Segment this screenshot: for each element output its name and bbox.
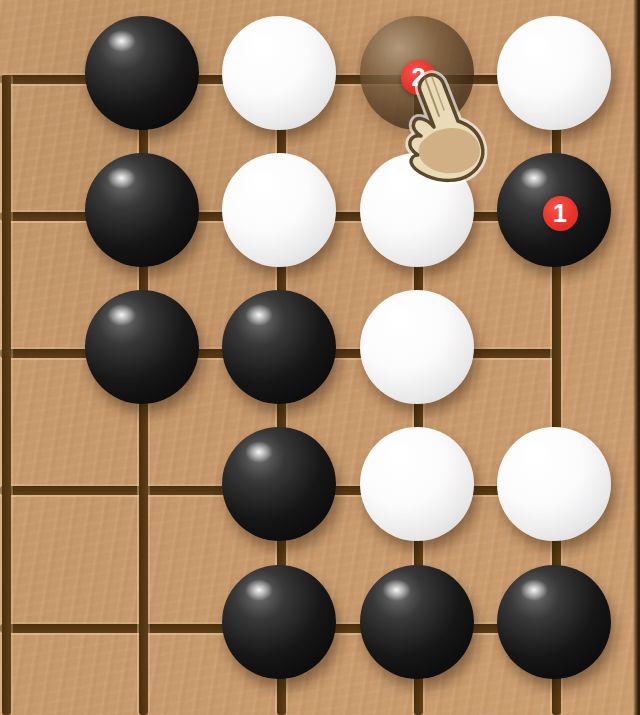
black-stone <box>85 290 199 404</box>
grid-line-v-0 <box>2 75 11 715</box>
white-stone <box>497 16 611 130</box>
black-stone <box>85 16 199 130</box>
white-stone <box>497 427 611 541</box>
white-stone <box>222 153 336 267</box>
move-badge-1: 1 <box>543 196 578 231</box>
black-stone <box>222 565 336 679</box>
tap-hand-cursor <box>394 64 510 186</box>
black-stone <box>222 427 336 541</box>
board-right-edge <box>633 0 640 715</box>
white-stone <box>222 16 336 130</box>
black-stone <box>360 565 474 679</box>
white-stone <box>360 290 474 404</box>
white-stone <box>360 427 474 541</box>
black-stone <box>85 153 199 267</box>
black-stone <box>497 565 611 679</box>
go-app-screen: 12 <box>0 0 640 715</box>
hand-shape <box>410 75 483 181</box>
black-stone <box>222 290 336 404</box>
